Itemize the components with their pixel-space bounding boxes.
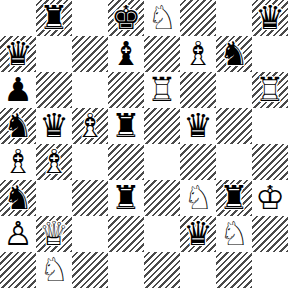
white-knight-piece: ♞♘ bbox=[144, 0, 180, 36]
piece-glyph: ♝ bbox=[108, 36, 144, 72]
square-e4[interactable] bbox=[144, 144, 180, 180]
piece-glyph: ♘ bbox=[180, 180, 216, 216]
piece-glyph: ♞ bbox=[0, 180, 36, 216]
piece-glyph: ♚ bbox=[108, 0, 144, 36]
black-rook-piece: ♜ bbox=[216, 180, 252, 216]
square-e2[interactable] bbox=[144, 216, 180, 252]
white-bishop-piece: ♝♗ bbox=[72, 108, 108, 144]
white-bishop-piece: ♝♗ bbox=[36, 144, 72, 180]
square-g8[interactable] bbox=[216, 0, 252, 36]
square-g3[interactable]: ♜ bbox=[216, 180, 252, 216]
piece-glyph: ♔ bbox=[252, 180, 288, 216]
square-g6[interactable] bbox=[216, 72, 252, 108]
square-d8[interactable]: ♚ bbox=[108, 0, 144, 36]
square-c4[interactable] bbox=[72, 144, 108, 180]
square-e5[interactable] bbox=[144, 108, 180, 144]
square-f5[interactable]: ♛ bbox=[180, 108, 216, 144]
white-rook-piece: ♜♖ bbox=[252, 72, 288, 108]
piece-glyph: ♘ bbox=[216, 216, 252, 252]
white-knight-piece: ♞♘ bbox=[36, 252, 72, 288]
square-c5[interactable]: ♝♗ bbox=[72, 108, 108, 144]
square-h3[interactable]: ♚♔ bbox=[252, 180, 288, 216]
square-b4[interactable]: ♝♗ bbox=[36, 144, 72, 180]
chess-board: ♜♚♞♘♛♛♝♝♗♞♟♜♖♜♖♞♛♝♗♜♛♝♗♝♗♞♜♞♘♜♚♔♟♙♛♕♛♞♘♞… bbox=[0, 0, 288, 288]
square-f6[interactable] bbox=[180, 72, 216, 108]
square-c8[interactable] bbox=[72, 0, 108, 36]
piece-glyph: ♘ bbox=[36, 252, 72, 288]
square-d4[interactable] bbox=[108, 144, 144, 180]
square-f7[interactable]: ♝♗ bbox=[180, 36, 216, 72]
white-bishop-piece: ♝♗ bbox=[0, 144, 36, 180]
piece-glyph: ♘ bbox=[144, 0, 180, 36]
piece-glyph: ♕ bbox=[36, 216, 72, 252]
square-a2[interactable]: ♟♙ bbox=[0, 216, 36, 252]
black-knight-piece: ♞ bbox=[0, 180, 36, 216]
piece-glyph: ♗ bbox=[72, 108, 108, 144]
piece-glyph: ♞ bbox=[216, 36, 252, 72]
square-c6[interactable] bbox=[72, 72, 108, 108]
square-h8[interactable]: ♛ bbox=[252, 0, 288, 36]
square-d1[interactable] bbox=[108, 252, 144, 288]
piece-glyph: ♗ bbox=[180, 36, 216, 72]
piece-glyph: ♖ bbox=[252, 72, 288, 108]
square-e1[interactable] bbox=[144, 252, 180, 288]
square-d5[interactable]: ♜ bbox=[108, 108, 144, 144]
piece-glyph: ♞ bbox=[0, 108, 36, 144]
square-h2[interactable] bbox=[252, 216, 288, 252]
black-queen-piece: ♛ bbox=[180, 216, 216, 252]
piece-glyph: ♗ bbox=[0, 144, 36, 180]
white-knight-piece: ♞♘ bbox=[216, 216, 252, 252]
white-knight-piece: ♞♘ bbox=[180, 180, 216, 216]
piece-glyph: ♜ bbox=[108, 180, 144, 216]
square-e7[interactable] bbox=[144, 36, 180, 72]
square-f8[interactable] bbox=[180, 0, 216, 36]
piece-glyph: ♜ bbox=[36, 0, 72, 36]
white-bishop-piece: ♝♗ bbox=[180, 36, 216, 72]
square-a5[interactable]: ♞ bbox=[0, 108, 36, 144]
piece-glyph: ♖ bbox=[144, 72, 180, 108]
black-bishop-piece: ♝ bbox=[108, 36, 144, 72]
piece-glyph: ♛ bbox=[36, 108, 72, 144]
square-a7[interactable]: ♛ bbox=[0, 36, 36, 72]
black-rook-piece: ♜ bbox=[108, 108, 144, 144]
square-e3[interactable] bbox=[144, 180, 180, 216]
white-rook-piece: ♜♖ bbox=[144, 72, 180, 108]
square-e6[interactable]: ♜♖ bbox=[144, 72, 180, 108]
white-pawn-piece: ♟♙ bbox=[0, 216, 36, 252]
square-a1[interactable] bbox=[0, 252, 36, 288]
square-h1[interactable] bbox=[252, 252, 288, 288]
square-g2[interactable]: ♞♘ bbox=[216, 216, 252, 252]
square-d7[interactable]: ♝ bbox=[108, 36, 144, 72]
square-e8[interactable]: ♞♘ bbox=[144, 0, 180, 36]
white-king-piece: ♚♔ bbox=[252, 180, 288, 216]
square-c2[interactable] bbox=[72, 216, 108, 252]
black-queen-piece: ♛ bbox=[180, 108, 216, 144]
square-b5[interactable]: ♛ bbox=[36, 108, 72, 144]
black-pawn-piece: ♟ bbox=[0, 72, 36, 108]
square-a8[interactable] bbox=[0, 0, 36, 36]
square-f3[interactable]: ♞♘ bbox=[180, 180, 216, 216]
black-knight-piece: ♞ bbox=[216, 36, 252, 72]
piece-glyph: ♛ bbox=[180, 216, 216, 252]
square-h5[interactable] bbox=[252, 108, 288, 144]
square-a4[interactable]: ♝♗ bbox=[0, 144, 36, 180]
square-b7[interactable] bbox=[36, 36, 72, 72]
black-queen-piece: ♛ bbox=[36, 108, 72, 144]
square-g1[interactable] bbox=[216, 252, 252, 288]
square-d3[interactable]: ♜ bbox=[108, 180, 144, 216]
square-g7[interactable]: ♞ bbox=[216, 36, 252, 72]
square-c7[interactable] bbox=[72, 36, 108, 72]
square-a6[interactable]: ♟ bbox=[0, 72, 36, 108]
square-d6[interactable] bbox=[108, 72, 144, 108]
square-b3[interactable] bbox=[36, 180, 72, 216]
piece-glyph: ♛ bbox=[0, 36, 36, 72]
square-h6[interactable]: ♜♖ bbox=[252, 72, 288, 108]
square-h7[interactable] bbox=[252, 36, 288, 72]
square-g5[interactable] bbox=[216, 108, 252, 144]
black-queen-piece: ♛ bbox=[0, 36, 36, 72]
square-b8[interactable]: ♜ bbox=[36, 0, 72, 36]
piece-glyph: ♟ bbox=[0, 72, 36, 108]
piece-glyph: ♙ bbox=[0, 216, 36, 252]
square-c1[interactable] bbox=[72, 252, 108, 288]
square-c3[interactable] bbox=[72, 180, 108, 216]
piece-glyph: ♛ bbox=[252, 0, 288, 36]
square-f2[interactable]: ♛ bbox=[180, 216, 216, 252]
piece-glyph: ♜ bbox=[108, 108, 144, 144]
square-g4[interactable] bbox=[216, 144, 252, 180]
black-queen-piece: ♛ bbox=[252, 0, 288, 36]
square-b6[interactable] bbox=[36, 72, 72, 108]
square-b1[interactable]: ♞♘ bbox=[36, 252, 72, 288]
black-knight-piece: ♞ bbox=[0, 108, 36, 144]
black-rook-piece: ♜ bbox=[108, 180, 144, 216]
square-b2[interactable]: ♛♕ bbox=[36, 216, 72, 252]
square-h4[interactable] bbox=[252, 144, 288, 180]
white-queen-piece: ♛♕ bbox=[36, 216, 72, 252]
square-d2[interactable] bbox=[108, 216, 144, 252]
piece-glyph: ♛ bbox=[180, 108, 216, 144]
black-rook-piece: ♜ bbox=[36, 0, 72, 36]
piece-glyph: ♗ bbox=[36, 144, 72, 180]
square-f4[interactable] bbox=[180, 144, 216, 180]
square-a3[interactable]: ♞ bbox=[0, 180, 36, 216]
square-f1[interactable] bbox=[180, 252, 216, 288]
black-king-piece: ♚ bbox=[108, 0, 144, 36]
piece-glyph: ♜ bbox=[216, 180, 252, 216]
